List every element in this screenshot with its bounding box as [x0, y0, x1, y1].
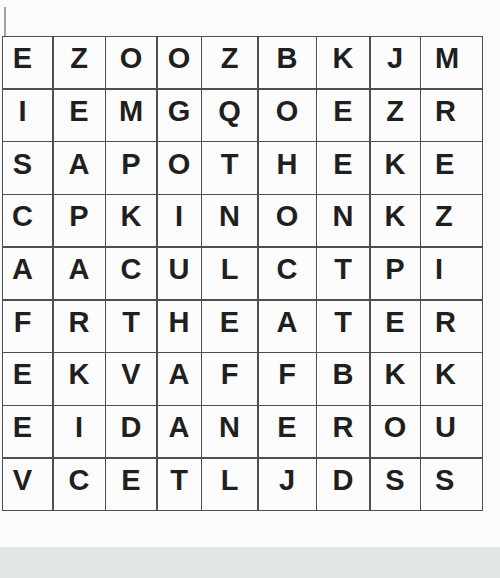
grid-letter: E [69, 95, 88, 128]
grid-cell-r7c3[interactable]: V [106, 353, 156, 404]
grid-cell-r3c3[interactable]: P [106, 142, 156, 193]
grid-letter: N [219, 200, 240, 233]
grid-letter: L [221, 253, 239, 286]
grid-cell-r8c2[interactable]: I [54, 406, 105, 457]
grid-letter: C [12, 200, 33, 233]
grid-cell-r3c2[interactable]: A [54, 142, 105, 193]
grid-letter: T [334, 253, 352, 286]
grid-cell-r4c4[interactable]: I [158, 195, 201, 246]
word-search-grid: EZOOZBKJMIEMGQOEZRSAPOTHEKECPKINONKZAACU… [2, 36, 483, 511]
grid-cell-r4c1[interactable]: C [3, 195, 52, 246]
grid-letter: D [121, 411, 142, 444]
grid-letter: O [276, 200, 299, 233]
grid-letter: K [385, 358, 406, 391]
grid-letter: C [69, 464, 90, 497]
grid-letter: E [277, 411, 296, 444]
grid-letter: R [333, 411, 354, 444]
bottom-bar [0, 547, 500, 578]
grid-cell-r4c2[interactable]: P [54, 195, 105, 246]
grid-letter: E [13, 411, 32, 444]
grid-letter: T [221, 148, 239, 181]
grid-cell-r6c4[interactable]: H [158, 301, 201, 352]
grid-cell-r4c6[interactable]: O [259, 195, 316, 246]
grid-cell-r1c1[interactable]: E [3, 37, 52, 88]
grid-cell-r8c5[interactable]: N [202, 406, 257, 457]
grid-cell-r9c1[interactable]: V [3, 459, 52, 510]
grid-letter: O [120, 42, 143, 75]
grid-cell-r5c3[interactable]: C [106, 248, 156, 299]
grid-cell-r7c2[interactable]: K [54, 353, 105, 404]
grid-letter: I [175, 200, 183, 233]
grid-cell-r1c7[interactable]: K [317, 37, 369, 88]
grid-letter: Z [70, 42, 88, 75]
grid-cell-r7c6[interactable]: F [259, 353, 316, 404]
grid-letter: E [435, 148, 454, 181]
grid-cell-r8c1[interactable]: E [3, 406, 52, 457]
grid-letter: O [168, 148, 191, 181]
grid-letter: T [170, 464, 188, 497]
grid-cell-r8c4[interactable]: A [158, 406, 201, 457]
grid-letter: P [121, 148, 140, 181]
grid-cell-r3c7[interactable]: E [317, 142, 369, 193]
grid-letter: B [277, 42, 298, 75]
grid-cell-r6c7[interactable]: T [317, 301, 369, 352]
grid-letter: O [384, 411, 407, 444]
grid-letter: I [75, 411, 83, 444]
grid-cell-r2c3[interactable]: M [106, 90, 156, 141]
grid-cell-r1c2[interactable]: Z [54, 37, 105, 88]
grid-letter: E [13, 358, 32, 391]
grid-cell-r7c8[interactable]: K [371, 353, 420, 404]
grid-letter: E [220, 306, 239, 339]
stray-pen-mark [4, 7, 6, 36]
grid-letter: K [435, 358, 456, 391]
grid-letter: E [333, 148, 352, 181]
grid-cell-r2c5[interactable]: Q [202, 90, 257, 141]
grid-cell-r6c5[interactable]: E [202, 301, 257, 352]
grid-cell-r9c3[interactable]: E [106, 459, 156, 510]
grid-cell-r8c7[interactable]: R [317, 406, 369, 457]
grid-cell-r4c3[interactable]: K [106, 195, 156, 246]
grid-letter: V [121, 358, 140, 391]
grid-cell-r1c8[interactable]: J [371, 37, 420, 88]
grid-cell-r5c2[interactable]: A [54, 248, 105, 299]
grid-cell-r2c1[interactable]: I [3, 90, 52, 141]
grid-cell-r3c9[interactable]: E [421, 142, 482, 193]
grid-cell-r5c4[interactable]: U [158, 248, 201, 299]
grid-letter: D [333, 464, 354, 497]
grid-cell-r4c7[interactable]: N [317, 195, 369, 246]
grid-cell-r6c6[interactable]: A [259, 301, 316, 352]
grid-letter: E [385, 306, 404, 339]
grid-letter: T [334, 306, 352, 339]
grid-letter: R [435, 306, 456, 339]
grid-cell-r2c9[interactable]: R [421, 90, 482, 141]
grid-cell-r8c6[interactable]: E [259, 406, 316, 457]
grid-letter: O [168, 42, 191, 75]
grid-cell-r9c5[interactable]: L [202, 459, 257, 510]
grid-cell-r7c4[interactable]: A [158, 353, 201, 404]
grid-letter: T [122, 306, 140, 339]
grid-cell-r9c4[interactable]: T [158, 459, 201, 510]
grid-letter: P [69, 200, 88, 233]
grid-cell-r2c2[interactable]: E [54, 90, 105, 141]
grid-cell-r3c6[interactable]: H [259, 142, 316, 193]
grid-letter: F [14, 306, 32, 339]
grid-cell-r5c5[interactable]: L [202, 248, 257, 299]
grid-letter: S [385, 464, 404, 497]
grid-letter: N [333, 200, 354, 233]
grid-letter: R [69, 306, 90, 339]
grid-letter: M [435, 42, 459, 75]
grid-letter: H [277, 148, 298, 181]
grid-letter: Q [218, 95, 241, 128]
grid-cell-r1c3[interactable]: O [106, 37, 156, 88]
grid-cell-r8c3[interactable]: D [106, 406, 156, 457]
grid-cell-r8c8[interactable]: O [371, 406, 420, 457]
grid-letter: P [385, 253, 404, 286]
grid-cell-r1c5[interactable]: Z [202, 37, 257, 88]
grid-letter: R [435, 95, 456, 128]
grid-cell-r6c3[interactable]: T [106, 301, 156, 352]
grid-cell-r3c8[interactable]: K [371, 142, 420, 193]
grid-cell-r4c9[interactable]: Z [421, 195, 482, 246]
grid-letter: G [168, 95, 191, 128]
grid-letter: S [13, 148, 32, 181]
grid-letter: Z [386, 95, 404, 128]
grid-cell-r5c7[interactable]: T [317, 248, 369, 299]
grid-letter: U [169, 253, 190, 286]
grid-letter: I [435, 253, 443, 286]
grid-letter: K [385, 148, 406, 181]
grid-cell-r9c9[interactable]: S [421, 459, 482, 510]
grid-letter: K [333, 42, 354, 75]
grid-cell-r4c5[interactable]: N [202, 195, 257, 246]
grid-cell-r5c6[interactable]: C [259, 248, 316, 299]
grid-cell-r8c9[interactable]: U [421, 406, 482, 457]
grid-letter: A [169, 411, 190, 444]
grid-letter: E [333, 95, 352, 128]
grid-cell-r4c8[interactable]: K [371, 195, 420, 246]
grid-cell-r7c7[interactable]: B [317, 353, 369, 404]
grid-cell-r9c6[interactable]: J [259, 459, 316, 510]
grid-letter: C [121, 253, 142, 286]
grid-letter: A [12, 253, 33, 286]
grid-cell-r3c1[interactable]: S [3, 142, 52, 193]
grid-cell-r5c9[interactable]: I [421, 248, 482, 299]
grid-letter: U [435, 411, 456, 444]
grid-cell-r6c9[interactable]: R [421, 301, 482, 352]
grid-letter: M [119, 95, 143, 128]
grid-cell-r3c4[interactable]: O [158, 142, 201, 193]
grid-cell-r2c7[interactable]: E [317, 90, 369, 141]
grid-cell-r7c9[interactable]: K [421, 353, 482, 404]
grid-cell-r6c1[interactable]: F [3, 301, 52, 352]
grid-letter: H [169, 306, 190, 339]
grid-letter: L [221, 464, 239, 497]
grid-cell-r6c8[interactable]: E [371, 301, 420, 352]
grid-letter: K [69, 358, 90, 391]
grid-letter: F [221, 358, 239, 391]
grid-letter: Z [221, 42, 239, 75]
grid-letter: A [169, 358, 190, 391]
grid-cell-r1c4[interactable]: O [158, 37, 201, 88]
grid-cell-r5c1[interactable]: A [3, 248, 52, 299]
grid-cell-r2c4[interactable]: G [158, 90, 201, 141]
grid-letter: A [277, 306, 298, 339]
grid-letter: K [385, 200, 406, 233]
grid-cell-r2c8[interactable]: Z [371, 90, 420, 141]
grid-letter: V [13, 464, 32, 497]
grid-letter: S [435, 464, 454, 497]
grid-letter: A [69, 253, 90, 286]
grid-letter: Z [435, 200, 453, 233]
grid-letter: K [121, 200, 142, 233]
grid-cell-r9c2[interactable]: C [54, 459, 105, 510]
grid-letter: B [333, 358, 354, 391]
grid-letter: J [279, 464, 295, 497]
grid-cell-r3c5[interactable]: T [202, 142, 257, 193]
grid-cell-r7c1[interactable]: E [3, 353, 52, 404]
grid-letter: A [69, 148, 90, 181]
grid-letter: E [13, 42, 32, 75]
grid-cell-r9c8[interactable]: S [371, 459, 420, 510]
grid-cell-r9c7[interactable]: D [317, 459, 369, 510]
grid-cell-r2c6[interactable]: O [259, 90, 316, 141]
grid-letter: N [219, 411, 240, 444]
grid-letter: J [387, 42, 403, 75]
grid-letter: C [277, 253, 298, 286]
grid-letter: I [18, 95, 26, 128]
grid-cell-r1c9[interactable]: M [421, 37, 482, 88]
grid-cell-r7c5[interactable]: F [202, 353, 257, 404]
grid-letter: O [276, 95, 299, 128]
grid-letter: F [278, 358, 296, 391]
grid-letter: E [121, 464, 140, 497]
grid-cell-r5c8[interactable]: P [371, 248, 420, 299]
grid-cell-r1c6[interactable]: B [259, 37, 316, 88]
grid-cell-r6c2[interactable]: R [54, 301, 105, 352]
